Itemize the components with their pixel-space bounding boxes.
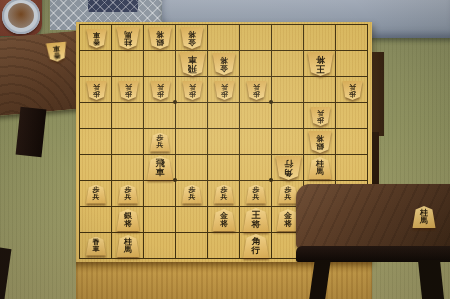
piece-kanji: 行 [284,159,293,168]
tea-liquid [8,3,34,28]
gote-stand-foot [0,247,11,299]
shogi-piece-歩-near-87[interactable]: 歩兵 [118,185,139,204]
piece-kanji: 香 [93,38,100,45]
shogi-piece-歩-far-13[interactable]: 歩兵 [342,81,363,100]
piece-face: 歩兵 [150,133,171,152]
piece-kanji: 車 [156,168,165,177]
shogi-piece-桂-near-89[interactable]: 桂馬 [116,235,140,257]
piece-face: 歩兵 [118,81,139,100]
piece-kanji: 銀 [316,142,324,150]
shogi-piece-歩-near-47[interactable]: 歩兵 [246,185,267,204]
piece-face: 王将 [307,52,334,76]
shogi-piece-飛-near-76[interactable]: 飛車 [147,156,174,180]
piece-kanji: 車 [93,246,100,253]
piece-kanji: 将 [284,220,292,228]
piece-kanji: 王 [316,64,325,73]
piece-kanji: 将 [156,30,164,38]
shogi-piece-銀-near-88[interactable]: 銀将 [116,209,140,231]
piece-kanji: 兵 [157,142,164,149]
shogi-piece-歩-near-67[interactable]: 歩兵 [182,185,203,204]
star-point-dot [173,178,177,182]
piece-face: 王将 [243,208,270,232]
piece-kanji: 歩 [189,90,196,97]
piece-kanji: 馬 [316,168,324,176]
shogi-piece-桂-near-26[interactable]: 桂馬 [308,157,332,179]
piece-kanji: 金 [220,64,228,72]
piece-kanji: 車 [188,55,197,64]
piece-kanji: 歩 [221,90,228,97]
piece-kanji: 将 [220,220,228,228]
piece-face: 歩兵 [342,81,363,100]
piece-kanji: 兵 [189,83,196,90]
piece-kanji: 兵 [189,194,196,201]
piece-face: 歩兵 [246,185,267,204]
shogi-piece-歩-far-53[interactable]: 歩兵 [214,81,235,100]
piece-kanji: 馬 [420,217,428,225]
shogi-piece-角-near-49[interactable]: 角行 [243,234,270,258]
piece-kanji: 兵 [317,109,324,116]
piece-face: 歩兵 [214,185,235,204]
shogi-piece-桂-far-81[interactable]: 桂馬 [116,27,140,49]
piece-face: 歩兵 [182,81,203,100]
piece-face: 銀将 [116,209,140,231]
star-point-dot [173,100,177,104]
piece-face: 銀将 [308,131,332,153]
piece-face: 歩兵 [150,81,171,100]
shogi-piece-飛-far-62[interactable]: 飛車 [179,52,206,76]
piece-face: 桂馬 [412,206,436,228]
piece-kanji: 飛 [188,64,197,73]
piece-kanji: 兵 [157,83,164,90]
shogi-piece-歩-near-57[interactable]: 歩兵 [214,185,235,204]
piece-kanji: 将 [220,56,228,64]
shogi-piece-歩-near-75[interactable]: 歩兵 [150,133,171,152]
shogi-piece-歩-far-43[interactable]: 歩兵 [246,81,267,100]
side-table: 桂馬 [296,184,450,248]
piece-kanji: 兵 [93,83,100,90]
piece-kanji: 銀 [156,38,164,46]
piece-kanji: 兵 [93,194,100,201]
shogi-piece-銀-far-25[interactable]: 銀将 [308,131,332,153]
tatami-background: { "game": "shogi", "board_size": "9x9", … [0,0,450,299]
piece-kanji: 行 [252,246,261,255]
piece-kanji: 馬 [124,30,132,38]
piece-kanji: 車 [53,45,61,52]
captured-piece-lance[interactable]: 香車 [45,42,68,63]
piece-face: 飛車 [179,52,206,76]
piece-face: 金将 [180,27,204,49]
piece-kanji: 兵 [221,194,228,201]
gote-stand-leg [16,107,47,157]
shogi-piece-歩-far-83[interactable]: 歩兵 [118,81,139,100]
star-point-dot [269,100,273,104]
piece-face: 桂馬 [116,235,140,257]
piece-face: 角行 [243,234,270,258]
piece-kanji: 歩 [125,90,132,97]
captured-piece-knight[interactable]: 桂馬 [412,206,436,228]
piece-kanji: 将 [316,134,324,142]
table-leg-right [418,260,444,299]
piece-kanji: 香 [53,52,61,59]
piece-kanji: 角 [284,168,293,177]
piece-face: 金将 [212,209,236,231]
piece-face: 歩兵 [246,81,267,100]
shogi-piece-歩-far-73[interactable]: 歩兵 [150,81,171,100]
shogi-piece-角-far-36[interactable]: 角行 [275,156,302,180]
piece-kanji: 兵 [221,83,228,90]
shogi-piece-王-near-48[interactable]: 王将 [243,208,270,232]
piece-face: 金将 [212,53,236,75]
piece-kanji: 将 [188,30,196,38]
piece-kanji: 桂 [124,38,132,46]
shogi-piece-金-far-52[interactable]: 金将 [212,53,236,75]
shogi-piece-歩-far-63[interactable]: 歩兵 [182,81,203,100]
piece-kanji: 馬 [124,246,132,254]
shogi-piece-香-near-99[interactable]: 香車 [86,237,107,256]
piece-face: 桂馬 [308,157,332,179]
piece-kanji: 将 [124,220,132,228]
piece-kanji: 兵 [285,194,292,201]
piece-kanji: 歩 [317,116,324,123]
star-point-dot [269,178,273,182]
piece-face: 飛車 [147,156,174,180]
piece-kanji: 兵 [125,83,132,90]
piece-kanji: 兵 [253,83,260,90]
piece-face: 香車 [86,237,107,256]
shogi-piece-歩-far-93[interactable]: 歩兵 [86,81,107,100]
piece-kanji: 歩 [349,90,356,97]
piece-face: 歩兵 [182,185,203,204]
piece-face: 歩兵 [214,81,235,100]
shogi-piece-歩-far-24[interactable]: 歩兵 [310,107,331,126]
piece-face: 角行 [275,156,302,180]
shogi-piece-金-near-58[interactable]: 金将 [212,209,236,231]
patterned-cloth-dark-section [88,0,138,12]
shogi-piece-香-far-91[interactable]: 香車 [86,29,107,48]
piece-face: 銀将 [148,27,172,49]
piece-face: 歩兵 [86,185,107,204]
piece-kanji: 兵 [253,194,260,201]
piece-kanji: 車 [93,31,100,38]
shogi-piece-銀-far-71[interactable]: 銀将 [148,27,172,49]
piece-kanji: 歩 [253,90,260,97]
piece-kanji: 将 [252,220,261,229]
piece-face: 歩兵 [86,81,107,100]
shogi-piece-王-far-22[interactable]: 王将 [307,52,334,76]
piece-kanji: 金 [188,38,196,46]
piece-face: 香車 [86,29,107,48]
piece-face: 歩兵 [310,107,331,126]
piece-kanji: 兵 [349,83,356,90]
piece-face: 香車 [45,42,68,63]
piece-kanji: 将 [316,55,325,64]
piece-face: 歩兵 [118,185,139,204]
piece-kanji: 歩 [157,90,164,97]
shogi-piece-歩-near-97[interactable]: 歩兵 [86,185,107,204]
piece-kanji: 歩 [93,90,100,97]
piece-kanji: 兵 [125,194,132,201]
piece-face: 桂馬 [116,27,140,49]
shogi-piece-金-far-61[interactable]: 金将 [180,27,204,49]
